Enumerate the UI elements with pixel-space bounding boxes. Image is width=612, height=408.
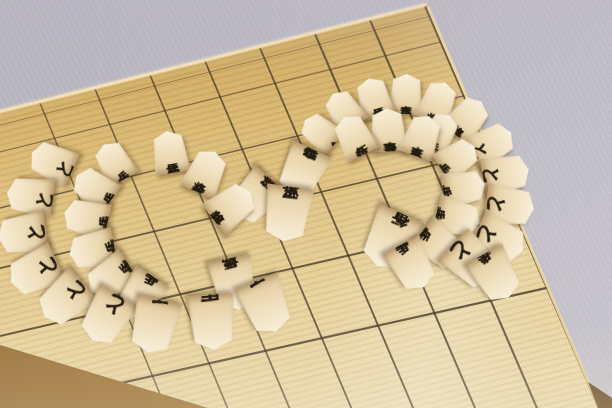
piece-kanji-label: 香 (144, 321, 165, 325)
piece-kanji-label: 歩兵 (108, 271, 116, 282)
piece-kanji-label: 角行 (350, 135, 361, 141)
piece-kanji-label: 歩兵 (93, 243, 96, 256)
piece-kanji-label: 桂馬 (369, 98, 380, 101)
piece-kanji-label: 歩兵 (434, 239, 442, 250)
shogi-piece-body: 香 (125, 294, 183, 357)
piece-kanji-label: 王将 (279, 210, 295, 212)
piece-kanji-label: 金将 (432, 102, 443, 106)
piece-kanji-label: 歩兵 (92, 184, 99, 194)
piece-kanji-label: 金将 (199, 172, 210, 177)
piece-kanji-label: 飛車 (297, 167, 310, 173)
shogi-piece-promoted-bishop[interactable]: 馬 (186, 293, 238, 351)
piece-kanji-label: 歩兵 (461, 182, 464, 194)
piece-kanji-label: 銀将 (226, 202, 235, 212)
piece-kanji-label: と (92, 300, 123, 331)
piece-kanji-label: 飛車 (382, 132, 394, 133)
piece-kanji-label: 歩兵 (110, 161, 120, 167)
piece-kanji-label: と (496, 195, 519, 217)
piece-kanji-label: 桂馬 (226, 279, 241, 283)
piece-kanji-label: 歩兵 (405, 260, 417, 267)
piece-kanji-label: 桂馬 (164, 153, 176, 155)
shogi-piece-body: 王将 (259, 183, 315, 244)
piece-kanji-label: と (42, 151, 66, 175)
shogi-piece-body: 馬 (186, 293, 238, 351)
photo-stage: 香車 桂馬 金将 銀将 銀将 飛車 金 歩兵 角行 香車 (0, 0, 612, 408)
shogi-piece-king-osho[interactable]: 王将 (259, 183, 315, 244)
shogi-piece-lance[interactable]: 香 (125, 294, 183, 357)
piece-kanji-label: 香車 (415, 136, 427, 140)
piece-kanji-label: と (51, 283, 82, 313)
piece-kanji-label: と (12, 223, 37, 245)
piece-kanji-label: 香 (255, 299, 275, 308)
piece-kanji-label: 角行 (384, 234, 399, 240)
piece-kanji-label: と (22, 257, 52, 284)
piece-kanji-label: 歩兵 (87, 213, 90, 225)
piece-kanji-label: と (21, 186, 43, 207)
piece-kanji-label: 金 (317, 127, 326, 139)
pieces-layer: 香車 桂馬 金将 銀将 銀将 飛車 金 歩兵 角行 香車 (0, 0, 612, 408)
piece-kanji-label: 歩兵 (489, 270, 501, 278)
piece-kanji-label: 銀将 (462, 116, 472, 123)
piece-kanji-label: 歩兵 (453, 155, 460, 164)
piece-kanji-label: 馬 (201, 318, 223, 320)
piece-kanji-label: 歩兵 (454, 211, 457, 223)
